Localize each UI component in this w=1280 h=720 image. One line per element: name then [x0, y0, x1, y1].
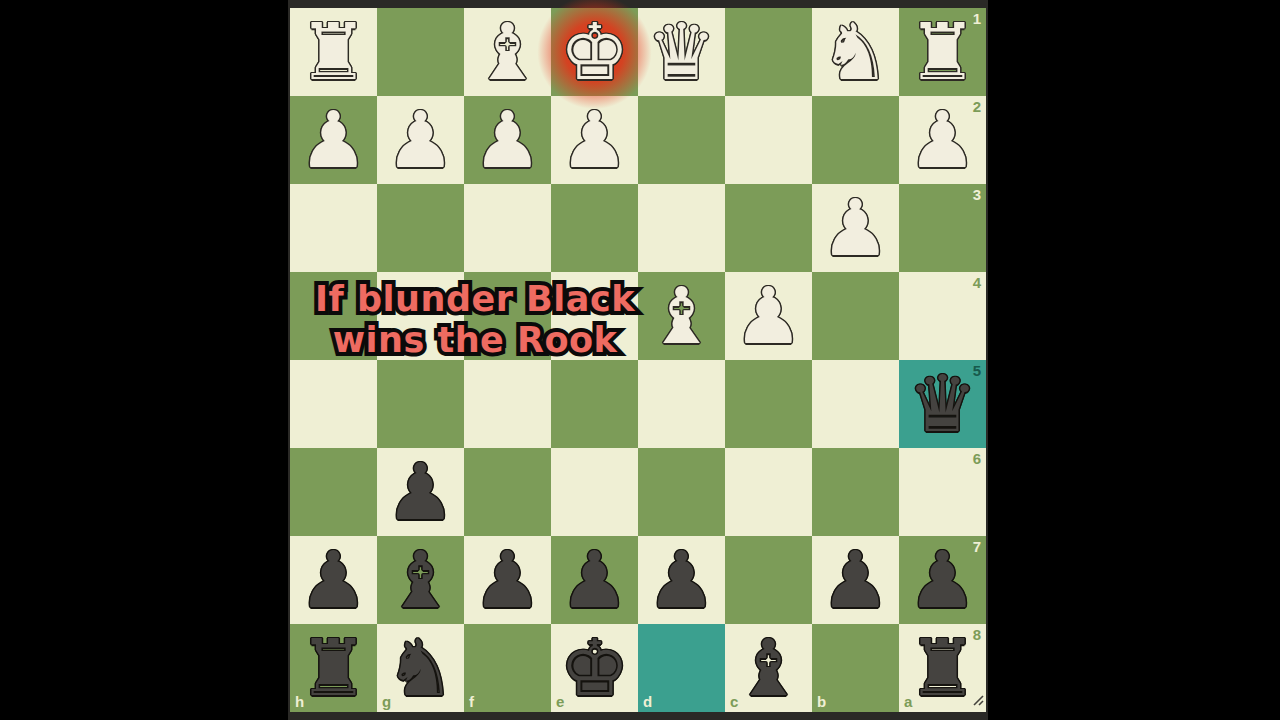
square-f3[interactable] [464, 184, 551, 272]
black-pawn: ♟ [464, 536, 551, 624]
square-b5[interactable] [812, 360, 899, 448]
rank-label-1: 1 [973, 10, 981, 27]
white-bishop: ♝ [464, 8, 551, 96]
white-pawn: ♟ [812, 184, 899, 272]
square-e3[interactable] [551, 184, 638, 272]
white-pawn: ♟ [464, 96, 551, 184]
square-c5[interactable] [725, 360, 812, 448]
rank-label-7: 7 [973, 538, 981, 555]
square-g3[interactable] [377, 184, 464, 272]
square-a3[interactable]: 3 [899, 184, 986, 272]
square-h2[interactable]: ♟ [290, 96, 377, 184]
rank-label-3: 3 [973, 186, 981, 203]
square-c7[interactable] [725, 536, 812, 624]
square-c8[interactable]: ♝c [725, 624, 812, 712]
square-e8[interactable]: ♚e [551, 624, 638, 712]
black-pawn: ♟ [812, 536, 899, 624]
square-e7[interactable]: ♟ [551, 536, 638, 624]
board-resize-handle-icon[interactable] [970, 692, 984, 710]
square-a4[interactable]: 4 [899, 272, 986, 360]
white-pawn: ♟ [290, 96, 377, 184]
black-pawn: ♟ [290, 536, 377, 624]
white-king: ♚ [551, 8, 638, 96]
square-d7[interactable]: ♟ [638, 536, 725, 624]
square-e6[interactable] [551, 448, 638, 536]
square-h5[interactable] [290, 360, 377, 448]
square-g1[interactable] [377, 8, 464, 96]
square-e2[interactable]: ♟ [551, 96, 638, 184]
square-f2[interactable]: ♟ [464, 96, 551, 184]
square-g5[interactable] [377, 360, 464, 448]
file-label-d: d [643, 693, 652, 710]
square-d5[interactable] [638, 360, 725, 448]
square-f5[interactable] [464, 360, 551, 448]
square-h6[interactable] [290, 448, 377, 536]
square-f1[interactable]: ♝ [464, 8, 551, 96]
caption-line-2: wins the Rook [290, 320, 660, 361]
white-pawn: ♟ [725, 272, 812, 360]
square-e1[interactable]: ♚ [551, 8, 638, 96]
square-a7[interactable]: ♟7 [899, 536, 986, 624]
black-pawn: ♟ [551, 536, 638, 624]
square-a1[interactable]: ♜1 [899, 8, 986, 96]
rank-label-2: 2 [973, 98, 981, 115]
white-pawn: ♟ [377, 96, 464, 184]
square-h8[interactable]: ♜h [290, 624, 377, 712]
square-f8[interactable]: f [464, 624, 551, 712]
black-pawn: ♟ [377, 448, 464, 536]
square-b6[interactable] [812, 448, 899, 536]
file-label-a: a [904, 693, 912, 710]
caption-line-1: If blunder Black [290, 279, 660, 320]
file-label-g: g [382, 693, 391, 710]
square-d6[interactable] [638, 448, 725, 536]
square-c4[interactable]: ♟ [725, 272, 812, 360]
rank-label-8: 8 [973, 626, 981, 643]
file-label-c: c [730, 693, 738, 710]
square-c1[interactable] [725, 8, 812, 96]
square-a6[interactable]: 6 [899, 448, 986, 536]
file-label-h: h [295, 693, 304, 710]
black-bishop: ♝ [377, 536, 464, 624]
square-d8[interactable]: d [638, 624, 725, 712]
file-label-f: f [469, 693, 474, 710]
square-b4[interactable] [812, 272, 899, 360]
square-g7[interactable]: ♝ [377, 536, 464, 624]
square-a2[interactable]: ♟2 [899, 96, 986, 184]
square-f7[interactable]: ♟ [464, 536, 551, 624]
file-label-b: b [817, 693, 826, 710]
white-knight: ♞ [812, 8, 899, 96]
square-a5[interactable]: ♛5 [899, 360, 986, 448]
square-b8[interactable]: b [812, 624, 899, 712]
rank-label-5: 5 [973, 362, 981, 379]
square-b3[interactable]: ♟ [812, 184, 899, 272]
white-rook: ♜ [290, 8, 377, 96]
rank-label-6: 6 [973, 450, 981, 467]
square-h3[interactable] [290, 184, 377, 272]
square-d3[interactable] [638, 184, 725, 272]
square-c6[interactable] [725, 448, 812, 536]
square-g8[interactable]: ♞g [377, 624, 464, 712]
caption-overlay: If blunder Black wins the Rook [290, 279, 660, 361]
square-b2[interactable] [812, 96, 899, 184]
square-d1[interactable]: ♛ [638, 8, 725, 96]
square-f6[interactable] [464, 448, 551, 536]
square-b7[interactable]: ♟ [812, 536, 899, 624]
file-label-e: e [556, 693, 564, 710]
square-d2[interactable] [638, 96, 725, 184]
square-h7[interactable]: ♟ [290, 536, 377, 624]
white-pawn: ♟ [551, 96, 638, 184]
square-c2[interactable] [725, 96, 812, 184]
square-g6[interactable]: ♟ [377, 448, 464, 536]
square-e5[interactable] [551, 360, 638, 448]
black-pawn: ♟ [638, 536, 725, 624]
rank-label-4: 4 [973, 274, 981, 291]
square-g2[interactable]: ♟ [377, 96, 464, 184]
square-a8[interactable]: ♜8a [899, 624, 986, 712]
square-c3[interactable] [725, 184, 812, 272]
square-h1[interactable]: ♜ [290, 8, 377, 96]
square-b1[interactable]: ♞ [812, 8, 899, 96]
white-queen: ♛ [638, 8, 725, 96]
